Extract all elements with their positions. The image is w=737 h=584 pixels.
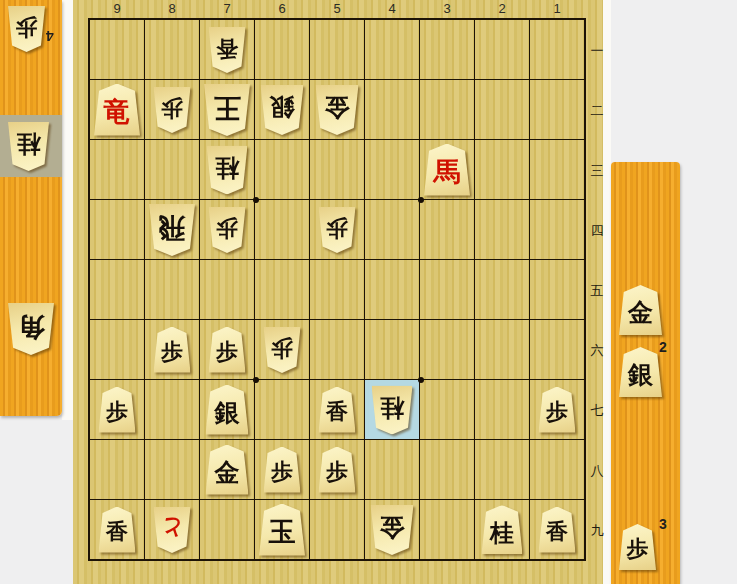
cell-6四[interactable] bbox=[255, 200, 309, 259]
piece-body: 竜 bbox=[94, 84, 140, 136]
cell-4五[interactable] bbox=[365, 260, 419, 319]
hoshi-dot bbox=[253, 197, 259, 203]
cell-1七[interactable]: 歩 bbox=[530, 380, 584, 439]
cell-9九[interactable]: 香 bbox=[90, 500, 144, 559]
piece-body: 桂 bbox=[372, 385, 413, 434]
shogi-piece-と-gote[interactable]: と bbox=[154, 507, 191, 553]
gote-hand-tray: 歩4桂角 bbox=[0, 0, 62, 416]
shogi-piece-香-sente[interactable]: 香 bbox=[319, 387, 356, 433]
cell-5五[interactable] bbox=[310, 260, 364, 319]
piece-body: 銀 bbox=[261, 85, 304, 135]
shogi-piece-馬-sente[interactable]: 馬 bbox=[424, 144, 470, 196]
shogi-app: 987654321 一二三四五六七八九 香竜歩王銀金桂馬飛歩歩歩歩歩歩銀香桂歩金… bbox=[0, 0, 737, 584]
shogi-piece-歩-sente[interactable]: 歩 bbox=[154, 327, 191, 373]
cell-3七[interactable] bbox=[420, 380, 474, 439]
piece-body: 銀 bbox=[206, 385, 249, 435]
shogi-piece-歩-sente[interactable]: 歩 bbox=[99, 387, 136, 433]
file-label-8: 8 bbox=[145, 1, 199, 16]
cell-2八[interactable] bbox=[475, 440, 529, 499]
file-label-3: 3 bbox=[420, 1, 474, 16]
shogi-piece-角-gote[interactable]: 角 bbox=[8, 303, 54, 355]
piece-kanji: 歩 bbox=[106, 401, 128, 423]
piece-kanji: 玉 bbox=[269, 519, 296, 546]
cell-4八[interactable] bbox=[365, 440, 419, 499]
rank-label-2: 二 bbox=[589, 102, 605, 120]
piece-body: 歩 bbox=[619, 524, 656, 570]
cell-6五[interactable] bbox=[255, 260, 309, 319]
piece-kanji: 王 bbox=[214, 93, 241, 120]
shogi-piece-歩-sente[interactable]: 歩 bbox=[264, 447, 301, 493]
shogi-piece-歩-gote[interactable]: 歩 bbox=[319, 207, 356, 253]
piece-kanji: 銀 bbox=[270, 94, 295, 119]
shogi-piece-金-sente[interactable]: 金 bbox=[619, 285, 662, 335]
piece-body: 金 bbox=[316, 85, 359, 135]
sente-hand-tray: 金銀2歩3 bbox=[611, 162, 680, 584]
shogi-piece-歩-sente[interactable]: 歩 bbox=[619, 524, 656, 570]
cell-9七[interactable]: 歩 bbox=[90, 380, 144, 439]
cell-3二[interactable] bbox=[420, 80, 474, 139]
cell-3一[interactable] bbox=[420, 20, 474, 79]
piece-body: 桂 bbox=[207, 145, 248, 194]
rank-label-1: 一 bbox=[589, 42, 605, 60]
cell-8六[interactable]: 歩 bbox=[145, 320, 199, 379]
piece-kanji: 香 bbox=[326, 401, 348, 423]
piece-body: 歩 bbox=[99, 387, 136, 433]
cell-1二[interactable] bbox=[530, 80, 584, 139]
piece-body: 歩 bbox=[209, 327, 246, 373]
piece-kanji: 歩 bbox=[546, 401, 568, 423]
piece-kanji: 銀 bbox=[628, 362, 653, 387]
cell-6三[interactable] bbox=[255, 140, 309, 199]
cell-5一[interactable] bbox=[310, 20, 364, 79]
piece-kanji: 桂 bbox=[17, 132, 41, 156]
cell-7七[interactable]: 銀 bbox=[200, 380, 254, 439]
cell-1五[interactable] bbox=[530, 260, 584, 319]
cell-3八[interactable] bbox=[420, 440, 474, 499]
piece-body: 金 bbox=[619, 285, 662, 335]
piece-kanji: 竜 bbox=[104, 99, 131, 126]
cell-1六[interactable] bbox=[530, 320, 584, 379]
hand-count-銀: 2 bbox=[659, 339, 667, 355]
shogi-piece-桂-gote[interactable]: 桂 bbox=[207, 145, 248, 194]
cell-8五[interactable] bbox=[145, 260, 199, 319]
shogi-piece-銀-sente[interactable]: 銀 bbox=[206, 385, 249, 435]
shogi-piece-歩-sente[interactable]: 歩 bbox=[209, 327, 246, 373]
file-label-2: 2 bbox=[475, 1, 529, 16]
piece-kanji: 角 bbox=[18, 313, 45, 340]
cell-5三[interactable] bbox=[310, 140, 364, 199]
piece-kanji: 桂 bbox=[490, 520, 514, 544]
cell-3五[interactable] bbox=[420, 260, 474, 319]
cell-5二[interactable]: 金 bbox=[310, 80, 364, 139]
cell-2一[interactable] bbox=[475, 20, 529, 79]
piece-body: 香 bbox=[99, 507, 136, 553]
shogi-board: 香竜歩王銀金桂馬飛歩歩歩歩歩歩銀香桂歩金歩歩香と玉金桂香 bbox=[88, 18, 586, 561]
cell-7八[interactable]: 金 bbox=[200, 440, 254, 499]
cell-1三[interactable] bbox=[530, 140, 584, 199]
file-label-6: 6 bbox=[255, 1, 309, 16]
cell-5九[interactable] bbox=[310, 500, 364, 559]
shogi-piece-桂-gote[interactable]: 桂 bbox=[372, 385, 413, 434]
cell-3三[interactable]: 馬 bbox=[420, 140, 474, 199]
piece-kanji: 歩 bbox=[271, 336, 293, 358]
piece-body: 銀 bbox=[619, 347, 662, 397]
cell-2三[interactable] bbox=[475, 140, 529, 199]
cell-5四[interactable]: 歩 bbox=[310, 200, 364, 259]
cell-1九[interactable]: 香 bbox=[530, 500, 584, 559]
cell-4二[interactable] bbox=[365, 80, 419, 139]
cell-9六[interactable] bbox=[90, 320, 144, 379]
cell-5七[interactable]: 香 bbox=[310, 380, 364, 439]
piece-body: 歩 bbox=[154, 327, 191, 373]
piece-body: 歩 bbox=[8, 6, 45, 52]
piece-body: 香 bbox=[539, 507, 576, 553]
shogi-piece-金-gote[interactable]: 金 bbox=[371, 505, 414, 555]
shogi-piece-歩-sente[interactable]: 歩 bbox=[319, 447, 356, 493]
cell-9五[interactable] bbox=[90, 260, 144, 319]
rank-label-6: 六 bbox=[589, 342, 605, 360]
piece-kanji: 歩 bbox=[627, 538, 649, 560]
piece-body: 飛 bbox=[149, 204, 195, 256]
shogi-piece-竜-sente[interactable]: 竜 bbox=[94, 84, 140, 136]
cell-8一[interactable] bbox=[145, 20, 199, 79]
shogi-piece-歩-sente[interactable]: 歩 bbox=[539, 387, 576, 433]
piece-body: 金 bbox=[371, 505, 414, 555]
shogi-piece-歩-gote[interactable]: 歩 bbox=[264, 327, 301, 373]
shogi-piece-香-gote[interactable]: 香 bbox=[209, 27, 246, 73]
cell-1八[interactable] bbox=[530, 440, 584, 499]
file-label-9: 9 bbox=[90, 1, 144, 16]
piece-body: 歩 bbox=[209, 207, 246, 253]
cell-4四[interactable] bbox=[365, 200, 419, 259]
piece-kanji: 飛 bbox=[159, 213, 186, 240]
piece-kanji: 歩 bbox=[326, 461, 348, 483]
cell-9八[interactable] bbox=[90, 440, 144, 499]
piece-body: 歩 bbox=[264, 327, 301, 373]
piece-body: と bbox=[154, 507, 191, 553]
piece-body: 歩 bbox=[264, 447, 301, 493]
shogi-piece-銀-sente[interactable]: 銀 bbox=[619, 347, 662, 397]
rank-label-9: 九 bbox=[589, 522, 605, 540]
shogi-piece-飛-gote[interactable]: 飛 bbox=[149, 204, 195, 256]
cell-8九[interactable]: と bbox=[145, 500, 199, 559]
cell-6一[interactable] bbox=[255, 20, 309, 79]
file-label-4: 4 bbox=[365, 1, 419, 16]
shogi-piece-歩-gote[interactable]: 歩 bbox=[209, 207, 246, 253]
cell-5八[interactable]: 歩 bbox=[310, 440, 364, 499]
rank-label-3: 三 bbox=[589, 162, 605, 180]
piece-kanji: 金 bbox=[628, 300, 653, 325]
shogi-piece-玉-sente[interactable]: 玉 bbox=[259, 504, 305, 556]
shogi-piece-香-sente[interactable]: 香 bbox=[539, 507, 576, 553]
piece-kanji: 香 bbox=[106, 521, 128, 543]
piece-body: 金 bbox=[206, 445, 249, 495]
cell-7三[interactable]: 桂 bbox=[200, 140, 254, 199]
shogi-piece-桂-sente[interactable]: 桂 bbox=[482, 505, 523, 554]
cell-2五[interactable] bbox=[475, 260, 529, 319]
cell-8四[interactable]: 飛 bbox=[145, 200, 199, 259]
cell-9二[interactable]: 竜 bbox=[90, 80, 144, 139]
shogi-piece-香-sente[interactable]: 香 bbox=[99, 507, 136, 553]
hand-count-歩: 3 bbox=[659, 516, 667, 532]
piece-body: 歩 bbox=[539, 387, 576, 433]
cell-9三[interactable] bbox=[90, 140, 144, 199]
hoshi-dot bbox=[418, 197, 424, 203]
cell-7四[interactable]: 歩 bbox=[200, 200, 254, 259]
cell-2九[interactable]: 桂 bbox=[475, 500, 529, 559]
cell-7六[interactable]: 歩 bbox=[200, 320, 254, 379]
shogi-piece-桂-gote[interactable]: 桂 bbox=[8, 122, 49, 171]
piece-kanji: 歩 bbox=[161, 96, 183, 118]
piece-kanji: 金 bbox=[215, 460, 240, 485]
cell-5六[interactable] bbox=[310, 320, 364, 379]
cell-6二[interactable]: 銀 bbox=[255, 80, 309, 139]
piece-kanji: 銀 bbox=[215, 400, 240, 425]
cell-8七[interactable] bbox=[145, 380, 199, 439]
piece-kanji: 歩 bbox=[216, 341, 238, 363]
cell-3四[interactable] bbox=[420, 200, 474, 259]
cell-2七[interactable] bbox=[475, 380, 529, 439]
piece-kanji: 歩 bbox=[16, 16, 38, 38]
cell-2二[interactable] bbox=[475, 80, 529, 139]
piece-body: 桂 bbox=[482, 505, 523, 554]
piece-kanji: 歩 bbox=[161, 341, 183, 363]
file-label-1: 1 bbox=[530, 1, 584, 16]
piece-kanji: 桂 bbox=[380, 395, 404, 419]
piece-body: 王 bbox=[204, 84, 250, 136]
cell-7二[interactable]: 王 bbox=[200, 80, 254, 139]
cell-6七[interactable] bbox=[255, 380, 309, 439]
shogi-piece-歩-gote[interactable]: 歩 bbox=[154, 87, 191, 133]
cell-7五[interactable] bbox=[200, 260, 254, 319]
file-label-5: 5 bbox=[310, 1, 364, 16]
cell-6八[interactable]: 歩 bbox=[255, 440, 309, 499]
cell-3六[interactable] bbox=[420, 320, 474, 379]
cell-2六[interactable] bbox=[475, 320, 529, 379]
piece-kanji: 金 bbox=[325, 94, 350, 119]
cell-1一[interactable] bbox=[530, 20, 584, 79]
cell-8八[interactable] bbox=[145, 440, 199, 499]
piece-kanji: 馬 bbox=[434, 159, 461, 186]
piece-kanji: と bbox=[161, 516, 184, 538]
piece-kanji: 香 bbox=[216, 36, 238, 58]
shogi-piece-銀-gote[interactable]: 銀 bbox=[261, 85, 304, 135]
piece-body: 玉 bbox=[259, 504, 305, 556]
cell-1四[interactable] bbox=[530, 200, 584, 259]
cell-8三[interactable] bbox=[145, 140, 199, 199]
cell-7九[interactable] bbox=[200, 500, 254, 559]
rank-label-5: 五 bbox=[589, 282, 605, 300]
piece-body: 香 bbox=[319, 387, 356, 433]
piece-kanji: 金 bbox=[380, 514, 405, 539]
rank-label-4: 四 bbox=[589, 222, 605, 240]
piece-kanji: 香 bbox=[546, 521, 568, 543]
left-gap-strip bbox=[62, 0, 73, 420]
hoshi-dot bbox=[418, 377, 424, 383]
piece-kanji: 桂 bbox=[215, 155, 239, 179]
hand-count-歩: 4 bbox=[46, 28, 54, 44]
piece-body: 香 bbox=[209, 27, 246, 73]
cell-6六[interactable]: 歩 bbox=[255, 320, 309, 379]
rank-label-8: 八 bbox=[589, 462, 605, 480]
piece-body: 歩 bbox=[319, 207, 356, 253]
hoshi-dot bbox=[253, 377, 259, 383]
cell-2四[interactable] bbox=[475, 200, 529, 259]
piece-body: 歩 bbox=[319, 447, 356, 493]
cell-4三[interactable] bbox=[365, 140, 419, 199]
piece-body: 歩 bbox=[154, 87, 191, 133]
piece-kanji: 歩 bbox=[216, 216, 238, 238]
shogi-piece-金-sente[interactable]: 金 bbox=[206, 445, 249, 495]
shogi-piece-王-gote[interactable]: 王 bbox=[204, 84, 250, 136]
rank-label-7: 七 bbox=[589, 402, 605, 420]
cell-6九[interactable]: 玉 bbox=[255, 500, 309, 559]
file-label-7: 7 bbox=[200, 1, 254, 16]
cell-4六[interactable] bbox=[365, 320, 419, 379]
piece-body: 角 bbox=[8, 303, 54, 355]
piece-body: 桂 bbox=[8, 122, 49, 171]
cell-7一[interactable]: 香 bbox=[200, 20, 254, 79]
last-move-highlight-cell-4七[interactable]: 桂 bbox=[365, 380, 419, 439]
cell-4一[interactable] bbox=[365, 20, 419, 79]
piece-kanji: 歩 bbox=[326, 216, 348, 238]
cell-3九[interactable] bbox=[420, 500, 474, 559]
cell-9四[interactable] bbox=[90, 200, 144, 259]
piece-kanji: 歩 bbox=[271, 461, 293, 483]
cell-8二[interactable]: 歩 bbox=[145, 80, 199, 139]
shogi-piece-金-gote[interactable]: 金 bbox=[316, 85, 359, 135]
shogi-piece-歩-gote[interactable]: 歩 bbox=[8, 6, 45, 52]
cell-9一[interactable] bbox=[90, 20, 144, 79]
piece-body: 馬 bbox=[424, 144, 470, 196]
cell-4九[interactable]: 金 bbox=[365, 500, 419, 559]
